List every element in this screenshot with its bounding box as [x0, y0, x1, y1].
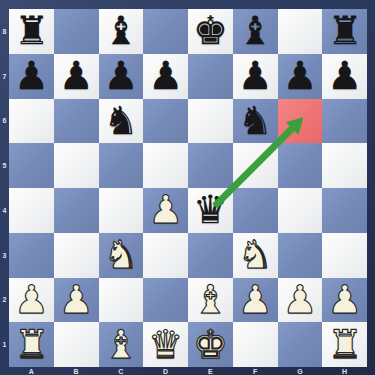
- square-c8[interactable]: ♝: [99, 9, 144, 54]
- black-queen[interactable]: ♛: [193, 188, 228, 232]
- rank-label-7: 7: [0, 54, 9, 99]
- square-f2[interactable]: ♟: [233, 278, 278, 323]
- square-a1[interactable]: ♜: [9, 322, 54, 367]
- file-label-f: F: [233, 367, 278, 375]
- square-g2[interactable]: ♟: [278, 278, 323, 323]
- square-b3[interactable]: [54, 233, 99, 278]
- square-g1[interactable]: [278, 322, 323, 367]
- square-h5[interactable]: [322, 143, 367, 188]
- white-knight[interactable]: ♞: [238, 233, 273, 277]
- file-label-b: B: [54, 367, 99, 375]
- square-d3[interactable]: [143, 233, 188, 278]
- black-pawn[interactable]: ♟: [238, 54, 273, 98]
- square-g4[interactable]: [278, 188, 323, 233]
- chess-board[interactable]: ♜♝♚♝♜♟♟♟♟♟♟♟♞♞♟♛♞♞♟♟♝♟♟♟♜♝♛♚♜: [9, 9, 367, 367]
- square-f8[interactable]: ♝: [233, 9, 278, 54]
- black-knight[interactable]: ♞: [238, 99, 273, 143]
- square-c3[interactable]: ♞: [99, 233, 144, 278]
- square-g5[interactable]: [278, 143, 323, 188]
- square-g3[interactable]: [278, 233, 323, 278]
- square-h8[interactable]: ♜: [322, 9, 367, 54]
- white-bishop[interactable]: ♝: [193, 278, 228, 322]
- square-a7[interactable]: ♟: [9, 54, 54, 99]
- square-f7[interactable]: ♟: [233, 54, 278, 99]
- white-pawn[interactable]: ♟: [282, 278, 317, 322]
- square-f3[interactable]: ♞: [233, 233, 278, 278]
- square-b2[interactable]: ♟: [54, 278, 99, 323]
- square-g8[interactable]: [278, 9, 323, 54]
- rank-label-8: 8: [0, 9, 9, 54]
- square-d8[interactable]: [143, 9, 188, 54]
- square-a4[interactable]: [9, 188, 54, 233]
- square-h1[interactable]: ♜: [322, 322, 367, 367]
- file-label-a: A: [9, 367, 54, 375]
- black-pawn[interactable]: ♟: [148, 54, 183, 98]
- square-d5[interactable]: [143, 143, 188, 188]
- square-a8[interactable]: ♜: [9, 9, 54, 54]
- square-h4[interactable]: [322, 188, 367, 233]
- black-rook[interactable]: ♜: [327, 9, 362, 53]
- white-rook[interactable]: ♜: [327, 323, 362, 367]
- white-queen[interactable]: ♛: [148, 323, 183, 367]
- square-d2[interactable]: [143, 278, 188, 323]
- square-b5[interactable]: [54, 143, 99, 188]
- black-pawn[interactable]: ♟: [103, 54, 138, 98]
- white-knight[interactable]: ♞: [103, 233, 138, 277]
- square-e7[interactable]: [188, 54, 233, 99]
- white-king[interactable]: ♚: [193, 323, 228, 367]
- square-a3[interactable]: [9, 233, 54, 278]
- file-label-e: E: [188, 367, 233, 375]
- white-pawn[interactable]: ♟: [14, 278, 49, 322]
- square-e8[interactable]: ♚: [188, 9, 233, 54]
- white-pawn[interactable]: ♟: [148, 188, 183, 232]
- black-pawn[interactable]: ♟: [282, 54, 317, 98]
- square-f1[interactable]: [233, 322, 278, 367]
- square-h3[interactable]: [322, 233, 367, 278]
- square-f5[interactable]: [233, 143, 278, 188]
- white-pawn[interactable]: ♟: [238, 278, 273, 322]
- square-f6[interactable]: ♞: [233, 99, 278, 144]
- file-label-g: G: [278, 367, 323, 375]
- square-d4[interactable]: ♟: [143, 188, 188, 233]
- file-labels: ABCDEFGH: [9, 367, 367, 375]
- square-e4[interactable]: ♛: [188, 188, 233, 233]
- chess-board-frame: ♜♝♚♝♜♟♟♟♟♟♟♟♞♞♟♛♞♞♟♟♝♟♟♟♜♝♛♚♜ 87654321 A…: [0, 0, 375, 375]
- file-label-h: H: [322, 367, 367, 375]
- black-knight[interactable]: ♞: [103, 99, 138, 143]
- square-e6[interactable]: [188, 99, 233, 144]
- square-b7[interactable]: ♟: [54, 54, 99, 99]
- square-h6[interactable]: [322, 99, 367, 144]
- black-pawn[interactable]: ♟: [14, 54, 49, 98]
- white-pawn[interactable]: ♟: [59, 278, 94, 322]
- rank-label-4: 4: [0, 188, 9, 233]
- black-bishop[interactable]: ♝: [103, 9, 138, 53]
- square-c2[interactable]: [99, 278, 144, 323]
- rank-label-2: 2: [0, 278, 9, 323]
- square-d6[interactable]: [143, 99, 188, 144]
- rank-labels: 87654321: [0, 9, 9, 367]
- square-f4[interactable]: [233, 188, 278, 233]
- file-label-c: C: [99, 367, 144, 375]
- square-b1[interactable]: [54, 322, 99, 367]
- rank-label-1: 1: [0, 322, 9, 367]
- rank-label-5: 5: [0, 143, 9, 188]
- square-e1[interactable]: ♚: [188, 322, 233, 367]
- black-pawn[interactable]: ♟: [327, 54, 362, 98]
- black-king[interactable]: ♚: [193, 9, 228, 53]
- square-a6[interactable]: [9, 99, 54, 144]
- white-pawn[interactable]: ♟: [327, 278, 362, 322]
- square-c4[interactable]: [99, 188, 144, 233]
- rank-label-6: 6: [0, 99, 9, 144]
- square-h7[interactable]: ♟: [322, 54, 367, 99]
- square-d7[interactable]: ♟: [143, 54, 188, 99]
- file-label-d: D: [143, 367, 188, 375]
- square-e2[interactable]: ♝: [188, 278, 233, 323]
- square-b6[interactable]: [54, 99, 99, 144]
- square-a5[interactable]: [9, 143, 54, 188]
- black-rook[interactable]: ♜: [14, 9, 49, 53]
- square-c5[interactable]: [99, 143, 144, 188]
- square-c1[interactable]: ♝: [99, 322, 144, 367]
- square-h2[interactable]: ♟: [322, 278, 367, 323]
- square-c6[interactable]: ♞: [99, 99, 144, 144]
- white-rook[interactable]: ♜: [14, 323, 49, 367]
- square-g6[interactable]: [278, 99, 323, 144]
- square-c7[interactable]: ♟: [99, 54, 144, 99]
- square-g7[interactable]: ♟: [278, 54, 323, 99]
- square-a2[interactable]: ♟: [9, 278, 54, 323]
- white-bishop[interactable]: ♝: [103, 323, 138, 367]
- square-e5[interactable]: [188, 143, 233, 188]
- square-b8[interactable]: [54, 9, 99, 54]
- rank-label-3: 3: [0, 233, 9, 278]
- black-pawn[interactable]: ♟: [59, 54, 94, 98]
- square-e3[interactable]: [188, 233, 233, 278]
- black-bishop[interactable]: ♝: [238, 9, 273, 53]
- square-d1[interactable]: ♛: [143, 322, 188, 367]
- square-b4[interactable]: [54, 188, 99, 233]
